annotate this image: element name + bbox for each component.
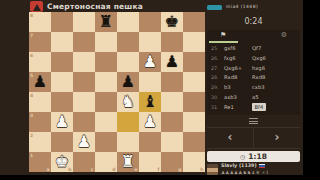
- square-h1[interactable]: h: [183, 152, 205, 172]
- captured-pieces: ♟♟♟♟♟♞♞♝♛ +1: [221, 170, 269, 175]
- square-a1[interactable]: 1a: [29, 152, 51, 172]
- black-bishop-f4[interactable]: ♝: [139, 92, 161, 112]
- square-f6[interactable]: ♟: [139, 52, 161, 72]
- square-d3[interactable]: [95, 112, 117, 132]
- white-pawn-f3[interactable]: ♟: [139, 112, 161, 132]
- square-c6[interactable]: [73, 52, 95, 72]
- move-number: 29.: [211, 83, 219, 93]
- black-move[interactable]: hxg6: [252, 64, 265, 74]
- file-label: f: [158, 167, 160, 172]
- current-move: Bf4: [252, 103, 266, 111]
- square-f3[interactable]: ♟: [139, 112, 161, 132]
- move-row: 26.fxg6Qxg6: [207, 54, 300, 64]
- black-pawn-e5[interactable]: ♟: [117, 72, 139, 92]
- square-f4[interactable]: ♝: [139, 92, 161, 112]
- square-c7[interactable]: [73, 32, 95, 52]
- square-h3[interactable]: [183, 112, 205, 132]
- move-number: 31.: [211, 103, 219, 113]
- square-d7[interactable]: [95, 32, 117, 52]
- black-move[interactable]: Bf4: [252, 103, 266, 113]
- square-h7[interactable]: [183, 32, 205, 52]
- flag-icon[interactable]: ⚑: [220, 31, 226, 39]
- square-g8[interactable]: ♚: [161, 12, 183, 32]
- divider: [207, 148, 300, 149]
- square-h6[interactable]: [183, 52, 205, 72]
- square-b5[interactable]: [51, 72, 73, 92]
- moves-card: ⚑ ⚙ 25.gxf6Qf726.fxg6Qxg627.Qxg6+hxg628.…: [207, 30, 300, 115]
- bottom-player-name[interactable]: Slavly (1139): [221, 163, 265, 168]
- square-c5[interactable]: [73, 72, 95, 92]
- video-title: Смертоносная пешка: [47, 2, 143, 11]
- black-pawn-g6[interactable]: ♟: [161, 52, 183, 72]
- file-label: a: [46, 167, 49, 172]
- white-pawn-c2[interactable]: ♟: [73, 132, 95, 152]
- square-a2[interactable]: 2: [29, 132, 51, 152]
- square-b4[interactable]: [51, 92, 73, 112]
- rank-label: 2: [30, 133, 33, 138]
- square-g1[interactable]: g: [161, 152, 183, 172]
- square-a6[interactable]: 6: [29, 52, 51, 72]
- square-c1[interactable]: c: [73, 152, 95, 172]
- top-player-clock: 0:24: [207, 17, 300, 26]
- square-c3[interactable]: [73, 112, 95, 132]
- square-d8[interactable]: ♜: [95, 12, 117, 32]
- square-a5[interactable]: 5♟: [29, 72, 51, 92]
- square-g2[interactable]: [161, 132, 183, 152]
- white-king-b1[interactable]: ♚: [51, 152, 73, 172]
- move-number: 25.: [211, 44, 219, 54]
- square-g3[interactable]: [161, 112, 183, 132]
- file-label: g: [178, 167, 181, 172]
- square-a3[interactable]: 3: [29, 112, 51, 132]
- square-a7[interactable]: 7: [29, 32, 51, 52]
- white-pawn-f6[interactable]: ♟: [139, 52, 161, 72]
- next-move-button[interactable]: ›: [254, 128, 300, 148]
- move-row: 30.axb3a5: [207, 93, 300, 103]
- bottom-player-clock: ◷ 1:18: [207, 151, 300, 162]
- move-row: 29.b3cxb3: [207, 83, 300, 93]
- square-h4[interactable]: [183, 92, 205, 112]
- square-e8[interactable]: [117, 12, 139, 32]
- black-move[interactable]: a5: [252, 93, 258, 103]
- black-king-g8[interactable]: ♚: [161, 12, 183, 32]
- square-b6[interactable]: [51, 52, 73, 72]
- square-h8[interactable]: [183, 12, 205, 32]
- square-d1[interactable]: d: [95, 152, 117, 172]
- white-move[interactable]: gxf6: [224, 44, 236, 54]
- square-d6[interactable]: [95, 52, 117, 72]
- rank-label: 3: [30, 113, 33, 118]
- white-move[interactable]: Rxd8: [224, 73, 237, 83]
- square-g4[interactable]: [161, 92, 183, 112]
- square-g7[interactable]: [161, 32, 183, 52]
- rank-label: 1: [30, 153, 33, 158]
- move-row: 27.Qxg6+hxg6: [207, 64, 300, 74]
- square-f2[interactable]: [139, 132, 161, 152]
- square-f7[interactable]: [139, 32, 161, 52]
- rank-label: 8: [30, 13, 33, 18]
- move-number: 30.: [211, 93, 219, 103]
- bottom-player-name-text: Slavly (1139): [221, 163, 257, 168]
- square-e7[interactable]: [117, 32, 139, 52]
- player-badge: [207, 5, 222, 10]
- square-g6[interactable]: ♟: [161, 52, 183, 72]
- square-c2[interactable]: ♟: [73, 132, 95, 152]
- square-a4[interactable]: 4: [29, 92, 51, 112]
- square-d5[interactable]: [95, 72, 117, 92]
- square-a8[interactable]: 8: [29, 12, 51, 32]
- square-h5[interactable]: [183, 72, 205, 92]
- square-e1[interactable]: e♜: [117, 152, 139, 172]
- move-number: 27.: [211, 64, 219, 74]
- square-e4[interactable]: ♞: [117, 92, 139, 112]
- square-h2[interactable]: [183, 132, 205, 152]
- square-b2[interactable]: [51, 132, 73, 152]
- black-pawn-a5[interactable]: ♟: [29, 72, 51, 92]
- move-number: 26.: [211, 54, 219, 64]
- square-f8[interactable]: [139, 12, 161, 32]
- video-frame: Смертоносная пешка 8♜♚76♟♟5♟♟4♞♝3♟♟2♟1ab…: [0, 0, 320, 180]
- square-b7[interactable]: [51, 32, 73, 52]
- panel-tabs: ⚑ ⚙: [207, 30, 300, 42]
- square-e2[interactable]: [117, 132, 139, 152]
- square-e6[interactable]: [117, 52, 139, 72]
- square-b3[interactable]: ♟: [51, 112, 73, 132]
- app-background: Смертоносная пешка 8♜♚76♟♟5♟♟4♞♝3♟♟2♟1ab…: [0, 0, 303, 175]
- divider: [253, 128, 254, 148]
- white-knight-e4[interactable]: ♞: [117, 92, 139, 112]
- square-d2[interactable]: [95, 132, 117, 152]
- white-move[interactable]: axb3: [224, 93, 237, 103]
- active-tab-underline: [209, 41, 238, 43]
- clock-icon: ◷: [240, 153, 245, 160]
- white-move[interactable]: b3: [224, 83, 231, 93]
- square-f1[interactable]: f: [139, 152, 161, 172]
- rank-label: 7: [30, 33, 33, 38]
- channel-logo-icon: [30, 1, 43, 12]
- square-d4[interactable]: [95, 92, 117, 112]
- square-g5[interactable]: [161, 72, 183, 92]
- white-pawn-b3[interactable]: ♟: [51, 112, 73, 132]
- black-rook-d8[interactable]: ♜: [95, 12, 117, 32]
- white-move[interactable]: fxg6: [224, 54, 236, 64]
- move-row: 25.gxf6Qf7: [207, 44, 300, 54]
- square-b8[interactable]: [51, 12, 73, 32]
- chess-board[interactable]: 8♜♚76♟♟5♟♟4♞♝3♟♟2♟1ab♚cde♜fgh: [29, 12, 205, 172]
- bottom-clock-time: 1:18: [248, 152, 267, 161]
- prev-move-button[interactable]: ‹: [207, 128, 253, 148]
- square-c4[interactable]: [73, 92, 95, 112]
- move-row: 31.Re1Bf4: [207, 103, 300, 113]
- avatar[interactable]: [207, 164, 218, 175]
- white-move[interactable]: Re1: [224, 103, 234, 113]
- file-label: d: [112, 167, 115, 172]
- square-e3[interactable]: [117, 112, 139, 132]
- square-b1[interactable]: b♚: [51, 152, 73, 172]
- file-label: c: [91, 167, 94, 172]
- move-list[interactable]: 25.gxf6Qf726.fxg6Qxg627.Qxg6+hxg628.Rxd8…: [207, 44, 300, 113]
- move-row: 28.Rxd8Rxd8: [207, 73, 300, 83]
- black-move[interactable]: cxb3: [252, 83, 265, 93]
- menu-icon[interactable]: [249, 117, 258, 124]
- white-move[interactable]: Qxg6+: [224, 64, 242, 74]
- square-f5[interactable]: [139, 72, 161, 92]
- rank-label: 6: [30, 53, 33, 58]
- top-player-name: mia4 (1448): [226, 4, 258, 9]
- black-move[interactable]: Qf7: [252, 44, 261, 54]
- black-move[interactable]: Qxg6: [252, 54, 266, 64]
- rank-label: 4: [30, 93, 33, 98]
- white-rook-e1[interactable]: ♜: [117, 152, 139, 172]
- gear-icon[interactable]: ⚙: [281, 31, 287, 39]
- move-number: 28.: [211, 73, 219, 83]
- game-panel: mia4 (1448) 0:24 ⚑ ⚙ 25.gxf6Qf726.fxg6Qx…: [207, 0, 300, 175]
- file-label: h: [200, 167, 203, 172]
- square-e5[interactable]: ♟: [117, 72, 139, 92]
- square-c8[interactable]: [73, 12, 95, 32]
- russia-flag-icon: [259, 164, 265, 168]
- black-move[interactable]: Rxd8: [252, 73, 265, 83]
